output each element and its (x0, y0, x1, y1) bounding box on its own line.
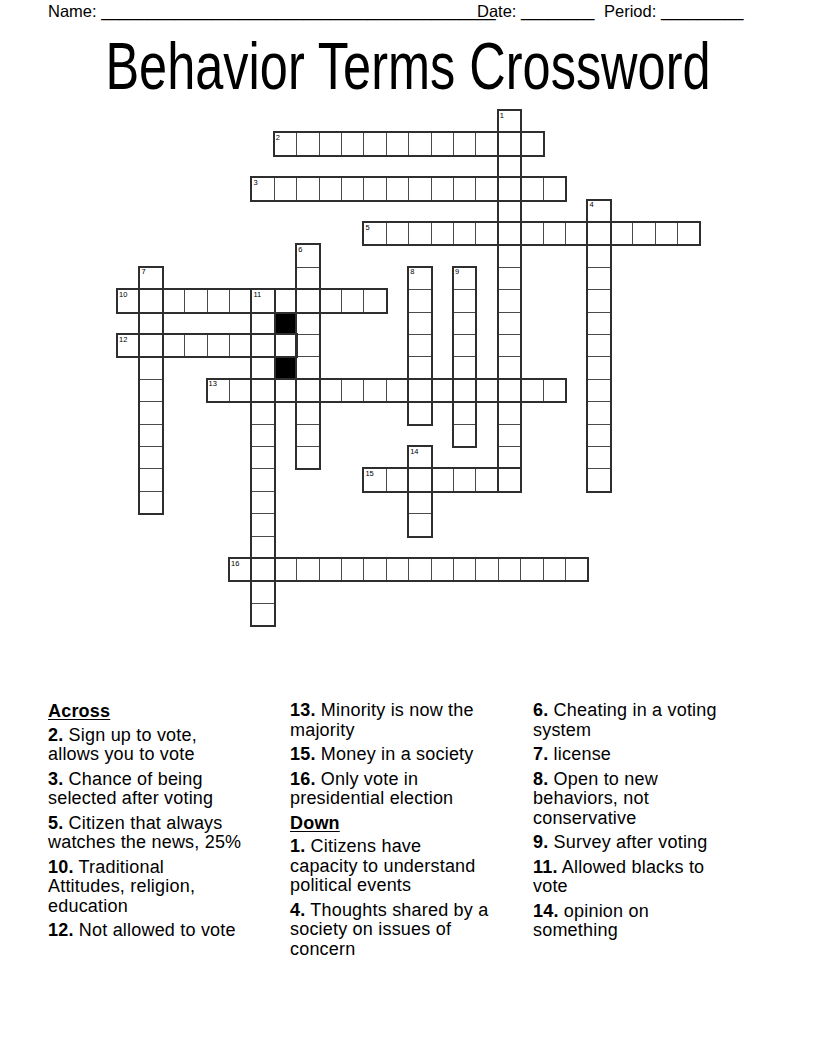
grid-cell[interactable] (296, 177, 319, 200)
grid-cell[interactable] (453, 468, 476, 491)
grid-cell[interactable] (296, 558, 319, 581)
grid-cell[interactable] (296, 356, 319, 379)
grid-cell[interactable] (453, 222, 476, 245)
grid-cell[interactable] (319, 558, 342, 581)
grid-number-2: 2 (276, 134, 280, 142)
grid-cell[interactable] (475, 222, 498, 245)
grid-cell[interactable] (184, 289, 207, 312)
grid-cell[interactable] (408, 132, 431, 155)
grid-cell[interactable] (386, 468, 409, 491)
grid-cell[interactable] (296, 424, 319, 447)
grid-cell[interactable] (319, 289, 342, 312)
grid-cell[interactable] (587, 424, 610, 447)
grid-cell[interactable] (207, 334, 230, 357)
grid-cell[interactable] (520, 558, 543, 581)
grid-cell[interactable] (251, 580, 274, 603)
crossword-grid: 12345678910111213141516 (0, 0, 816, 700)
grid-cell[interactable] (453, 289, 476, 312)
grid-cell[interactable] (251, 312, 274, 335)
grid-cell[interactable] (251, 424, 274, 447)
grid-cell[interactable] (229, 334, 252, 357)
grid-cell[interactable] (587, 289, 610, 312)
grid-cell[interactable] (386, 558, 409, 581)
clue-number-10: 10. (48, 857, 74, 877)
clue-number-7: 7. (533, 744, 548, 764)
clue-1-line-2: capacity to understand (290, 857, 512, 877)
clue-14: 14. opinion onsomething (533, 902, 755, 941)
clue-10-line-1: 10. Traditional (48, 858, 270, 878)
grid-cell[interactable] (184, 334, 207, 357)
grid-cell[interactable] (498, 267, 521, 290)
clue-7-line-1: 7. license (533, 745, 755, 765)
grid-cell[interactable] (520, 222, 543, 245)
grid-cell[interactable] (565, 222, 588, 245)
grid-cell[interactable] (251, 379, 274, 402)
grid-cell[interactable] (498, 177, 521, 200)
grid-cell[interactable] (587, 401, 610, 424)
grid-cell[interactable] (453, 379, 476, 402)
clue-number-9: 9. (533, 832, 548, 852)
grid-cell[interactable] (587, 446, 610, 469)
clue-12-line-1: 12. Not allowed to vote (48, 921, 270, 941)
worksheet-page: Name: __________________________________… (0, 0, 816, 1056)
grid-cell[interactable] (498, 132, 521, 155)
grid-cell[interactable] (677, 222, 700, 245)
grid-cell[interactable] (408, 334, 431, 357)
clue-11-line-1: 11. Allowed blacks to (533, 858, 755, 878)
grid-cell[interactable] (587, 267, 610, 290)
clue-5-line-1: 5. Citizen that always (48, 814, 270, 834)
clue-number-5: 5. (48, 813, 63, 833)
blocked-cell (274, 312, 297, 335)
grid-cell[interactable] (207, 289, 230, 312)
grid-cell[interactable] (363, 379, 386, 402)
clue-2: 2. Sign up to vote,allows you to vote (48, 726, 270, 765)
grid-cell[interactable] (408, 289, 431, 312)
clue-4-line-3: concern (290, 940, 512, 960)
grid-cell[interactable] (408, 401, 431, 424)
grid-cell[interactable] (139, 289, 162, 312)
grid-cell[interactable] (587, 379, 610, 402)
grid-cell[interactable] (296, 334, 319, 357)
grid-cell[interactable] (363, 132, 386, 155)
grid-cell[interactable] (139, 356, 162, 379)
clue-number-14: 14. (533, 901, 559, 921)
grid-cell[interactable] (274, 289, 297, 312)
grid-cell[interactable] (453, 177, 476, 200)
grid-cell[interactable] (251, 401, 274, 424)
grid-cell[interactable] (251, 558, 274, 581)
clue-13-line-2: majority (290, 721, 512, 741)
grid-cell[interactable] (341, 558, 364, 581)
clue-number-1: 1. (290, 836, 305, 856)
grid-cell[interactable] (498, 468, 521, 491)
grid-cell[interactable] (498, 446, 521, 469)
grid-cell[interactable] (587, 334, 610, 357)
grid-cell[interactable] (632, 222, 655, 245)
grid-cell[interactable] (453, 424, 476, 447)
grid-cell[interactable] (453, 558, 476, 581)
clue-13-line-1: 13. Minority is now the (290, 701, 512, 721)
clue-10-line-2: Attitudes, religion, (48, 877, 270, 897)
grid-cell[interactable] (319, 132, 342, 155)
grid-cell[interactable] (453, 312, 476, 335)
clue-10: 10. TraditionalAttitudes, religion,educa… (48, 858, 270, 917)
clue-16: 16. Only vote inpresidential election (290, 770, 512, 809)
grid-cell[interactable] (274, 334, 297, 357)
grid-cell[interactable] (408, 177, 431, 200)
clue-16-line-1: 16. Only vote in (290, 770, 512, 790)
clue-14-line-2: something (533, 921, 755, 941)
grid-cell[interactable] (251, 356, 274, 379)
grid-cell[interactable] (520, 379, 543, 402)
clue-3-line-1: 3. Chance of being (48, 770, 270, 790)
grid-cell[interactable] (251, 513, 274, 536)
grid-cell[interactable] (341, 289, 364, 312)
clue-column-3: 6. Cheating in a votingsystem7. license8… (533, 701, 755, 946)
grid-cell[interactable] (139, 424, 162, 447)
clue-10-line-3: education (48, 897, 270, 917)
grid-cell[interactable] (587, 356, 610, 379)
clue-column-1: Across2. Sign up to vote,allows you to v… (48, 701, 270, 946)
clue-5: 5. Citizen that alwayswatches the news, … (48, 814, 270, 853)
grid-number-9: 9 (455, 268, 459, 276)
grid-number-10: 10 (119, 291, 127, 299)
grid-cell[interactable] (296, 289, 319, 312)
clue-number-13: 13. (290, 700, 316, 720)
grid-number-15: 15 (365, 470, 373, 478)
grid-cell[interactable] (587, 468, 610, 491)
grid-cell[interactable] (587, 244, 610, 267)
grid-cell[interactable] (408, 222, 431, 245)
clue-11-line-2: vote (533, 877, 755, 897)
grid-cell[interactable] (431, 558, 454, 581)
grid-cell[interactable] (139, 334, 162, 357)
clue-4-line-2: society on issues of (290, 920, 512, 940)
clue-9-line-1: 9. Survey after voting (533, 833, 755, 853)
grid-number-12: 12 (119, 336, 127, 344)
grid-cell[interactable] (475, 177, 498, 200)
clue-6-line-1: 6. Cheating in a voting (533, 701, 755, 721)
clue-1-line-1: 1. Citizens have (290, 837, 512, 857)
clue-15: 15. Money in a society (290, 745, 512, 765)
clue-9: 9. Survey after voting (533, 833, 755, 853)
grid-cell[interactable] (386, 222, 409, 245)
grid-cell[interactable] (386, 177, 409, 200)
clue-number-6: 6. (533, 700, 548, 720)
grid-cell[interactable] (543, 558, 566, 581)
grid-cell[interactable] (363, 289, 386, 312)
grid-cell[interactable] (610, 222, 633, 245)
grid-cell[interactable] (296, 312, 319, 335)
grid-cell[interactable] (408, 312, 431, 335)
grid-number-13: 13 (209, 380, 217, 388)
grid-cell[interactable] (251, 491, 274, 514)
clue-8-line-2: behaviors, not (533, 789, 755, 809)
grid-number-7: 7 (141, 268, 145, 276)
grid-cell[interactable] (453, 356, 476, 379)
clue-number-8: 8. (533, 769, 548, 789)
grid-cell[interactable] (498, 401, 521, 424)
clue-13: 13. Minority is now themajority (290, 701, 512, 740)
grid-cell[interactable] (520, 132, 543, 155)
grid-cell[interactable] (251, 334, 274, 357)
grid-number-6: 6 (298, 246, 302, 254)
grid-cell[interactable] (498, 200, 521, 223)
clue-number-4: 4. (290, 900, 305, 920)
grid-cell[interactable] (475, 132, 498, 155)
grid-cell[interactable] (363, 558, 386, 581)
grid-cell[interactable] (587, 312, 610, 335)
grid-cell[interactable] (498, 356, 521, 379)
clue-number-2: 2. (48, 725, 63, 745)
grid-cell[interactable] (498, 155, 521, 178)
grid-cell[interactable] (251, 603, 274, 626)
grid-cell[interactable] (655, 222, 678, 245)
grid-cell[interactable] (296, 132, 319, 155)
grid-cell[interactable] (498, 312, 521, 335)
clue-number-11: 11. (533, 857, 558, 877)
grid-cell[interactable] (498, 424, 521, 447)
grid-cell[interactable] (431, 222, 454, 245)
grid-cell[interactable] (408, 558, 431, 581)
clue-2-line-1: 2. Sign up to vote, (48, 726, 270, 746)
clue-6: 6. Cheating in a votingsystem (533, 701, 755, 740)
grid-number-3: 3 (253, 179, 257, 187)
grid-cell[interactable] (139, 468, 162, 491)
grid-cell[interactable] (408, 379, 431, 402)
clue-column-2: 13. Minority is now themajority15. Money… (290, 701, 512, 964)
grid-cell[interactable] (139, 491, 162, 514)
grid-cell[interactable] (543, 177, 566, 200)
grid-cell[interactable] (251, 446, 274, 469)
clue-8: 8. Open to newbehaviors, notconservative (533, 770, 755, 829)
grid-cell[interactable] (408, 356, 431, 379)
grid-number-11: 11 (253, 291, 261, 299)
grid-cell[interactable] (431, 177, 454, 200)
clue-7: 7. license (533, 745, 755, 765)
grid-cell[interactable] (475, 379, 498, 402)
grid-cell[interactable] (475, 558, 498, 581)
clue-1: 1. Citizens havecapacity to understandpo… (290, 837, 512, 896)
grid-cell[interactable] (498, 289, 521, 312)
grid-number-5: 5 (365, 224, 369, 232)
grid-number-14: 14 (410, 448, 418, 456)
down-heading: Down (290, 814, 512, 834)
grid-number-4: 4 (589, 201, 593, 209)
grid-number-8: 8 (410, 268, 414, 276)
grid-cell[interactable] (453, 334, 476, 357)
grid-cell[interactable] (274, 558, 297, 581)
grid-cell[interactable] (139, 379, 162, 402)
grid-cell[interactable] (162, 334, 185, 357)
grid-cell[interactable] (296, 401, 319, 424)
grid-number-1: 1 (500, 112, 504, 120)
clue-number-12: 12. (48, 920, 74, 940)
clue-4-line-1: 4. Thoughts shared by a (290, 901, 512, 921)
grid-cell[interactable] (498, 379, 521, 402)
grid-cell[interactable] (229, 289, 252, 312)
grid-cell[interactable] (431, 468, 454, 491)
grid-cell[interactable] (453, 401, 476, 424)
grid-cell[interactable] (431, 132, 454, 155)
grid-cell[interactable] (319, 379, 342, 402)
clue-12: 12. Not allowed to vote (48, 921, 270, 941)
grid-cell[interactable] (139, 446, 162, 469)
grid-cell[interactable] (431, 379, 454, 402)
grid-cell[interactable] (319, 177, 342, 200)
grid-cell[interactable] (139, 401, 162, 424)
clue-1-line-3: political events (290, 876, 512, 896)
grid-cell[interactable] (498, 558, 521, 581)
grid-cell[interactable] (408, 491, 431, 514)
grid-cell[interactable] (229, 379, 252, 402)
clue-15-line-1: 15. Money in a society (290, 745, 512, 765)
grid-cell[interactable] (139, 312, 162, 335)
grid-cell[interactable] (498, 334, 521, 357)
grid-number-16: 16 (231, 560, 239, 568)
clue-8-line-3: conservative (533, 809, 755, 829)
grid-cell[interactable] (162, 289, 185, 312)
clue-8-line-1: 8. Open to new (533, 770, 755, 790)
clue-3-line-2: selected after voting (48, 789, 270, 809)
grid-cell[interactable] (498, 244, 521, 267)
blocked-cell (274, 356, 297, 379)
grid-cell[interactable] (543, 222, 566, 245)
grid-cell[interactable] (296, 379, 319, 402)
grid-cell[interactable] (543, 379, 566, 402)
grid-cell[interactable] (341, 379, 364, 402)
clue-5-line-2: watches the news, 25% (48, 833, 270, 853)
grid-cell[interactable] (475, 468, 498, 491)
grid-cell[interactable] (296, 446, 319, 469)
grid-cell[interactable] (274, 379, 297, 402)
grid-cell[interactable] (251, 468, 274, 491)
grid-cell[interactable] (408, 468, 431, 491)
grid-cell[interactable] (341, 132, 364, 155)
grid-cell[interactable] (498, 222, 521, 245)
clue-number-15: 15. (290, 744, 316, 764)
grid-cell[interactable] (341, 177, 364, 200)
grid-cell[interactable] (453, 132, 476, 155)
clue-4: 4. Thoughts shared by asociety on issues… (290, 901, 512, 960)
across-heading: Across (48, 702, 270, 722)
grid-cell[interactable] (363, 177, 386, 200)
grid-cell[interactable] (587, 222, 610, 245)
clue-number-3: 3. (48, 769, 63, 789)
clue-11: 11. Allowed blacks tovote (533, 858, 755, 897)
grid-cell[interactable] (386, 379, 409, 402)
grid-cell[interactable] (386, 132, 409, 155)
grid-cell[interactable] (274, 177, 297, 200)
grid-cell[interactable] (251, 536, 274, 559)
grid-cell[interactable] (565, 558, 588, 581)
clue-number-16: 16. (290, 769, 316, 789)
grid-cell[interactable] (520, 177, 543, 200)
clue-3: 3. Chance of beingselected after voting (48, 770, 270, 809)
clue-6-line-2: system (533, 721, 755, 741)
clue-14-line-1: 14. opinion on (533, 902, 755, 922)
clue-16-line-2: presidential election (290, 789, 512, 809)
grid-cell[interactable] (296, 267, 319, 290)
clue-2-line-2: allows you to vote (48, 745, 270, 765)
grid-cell[interactable] (408, 513, 431, 536)
